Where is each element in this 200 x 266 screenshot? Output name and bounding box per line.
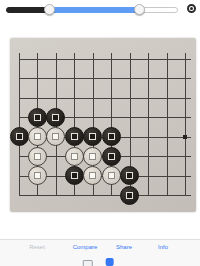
white-stone <box>102 166 121 185</box>
square-mark <box>71 172 78 179</box>
square-mark <box>126 172 133 179</box>
photo-view-icon <box>83 260 93 266</box>
tab-photo-view[interactable]: Photo <box>83 253 93 266</box>
square-mark <box>71 153 78 160</box>
compare-button[interactable]: Compare <box>73 244 98 251</box>
tab-board-view[interactable]: Board <box>105 252 116 266</box>
square-mark <box>89 153 96 160</box>
square-mark <box>89 133 96 140</box>
black-stone <box>120 186 139 205</box>
square-mark <box>108 153 115 160</box>
slider-selected-range <box>49 7 140 13</box>
grid-line-vertical <box>148 53 149 196</box>
square-mark <box>52 133 59 140</box>
square-mark <box>34 172 41 179</box>
black-stone <box>65 166 84 185</box>
square-mark <box>108 172 115 179</box>
square-mark <box>34 133 41 140</box>
black-stone <box>83 127 102 146</box>
grid-line-vertical <box>19 53 20 196</box>
slider-handle-left[interactable] <box>44 4 55 15</box>
square-mark <box>52 114 59 121</box>
black-stone <box>65 127 84 146</box>
black-stone <box>28 108 47 127</box>
square-mark <box>71 133 78 140</box>
white-stone <box>83 147 102 166</box>
white-stone <box>46 127 65 146</box>
white-stone <box>28 166 47 185</box>
white-stone <box>83 166 102 185</box>
grid-line-horizontal <box>19 195 191 196</box>
black-stone <box>10 127 29 146</box>
grid-line-horizontal <box>19 98 191 99</box>
grid-line-vertical <box>167 53 168 196</box>
timeline-slider[interactable] <box>6 7 178 13</box>
star-point <box>183 135 187 139</box>
square-mark <box>126 192 133 199</box>
square-mark <box>34 153 41 160</box>
grid-line-vertical <box>185 53 186 196</box>
share-button[interactable]: Share <box>116 244 132 251</box>
square-mark <box>34 114 41 121</box>
square-mark <box>108 133 115 140</box>
black-stone <box>102 127 121 146</box>
reset-button[interactable]: Reset <box>29 244 45 251</box>
shutter-icon[interactable] <box>187 4 196 13</box>
white-stone <box>65 147 84 166</box>
square-mark <box>89 172 96 179</box>
go-board-photo <box>10 38 196 212</box>
board-view-icon <box>106 258 114 266</box>
white-stone <box>28 127 47 146</box>
info-button[interactable]: Info <box>158 244 168 251</box>
grid-line-horizontal <box>19 59 191 60</box>
black-stone <box>46 108 65 127</box>
black-stone <box>102 147 121 166</box>
black-stone <box>120 166 139 185</box>
slider-handle-right[interactable] <box>134 4 145 15</box>
square-mark <box>16 133 23 140</box>
grid-line-horizontal <box>19 78 191 79</box>
bottom-toolbar: Reset Compare Share Info Photo Board <box>0 239 200 266</box>
white-stone <box>28 147 47 166</box>
